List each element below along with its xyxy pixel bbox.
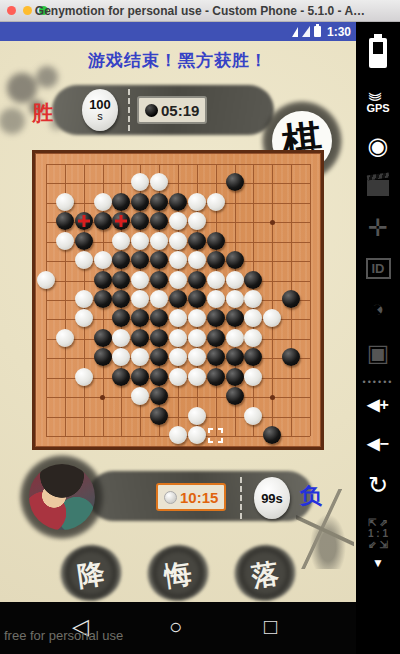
black-stone [226,309,244,327]
white-stone [244,368,262,386]
camera-widget-icon[interactable]: ◉ [356,132,400,160]
white-stone [94,251,112,269]
top-clock-value: 05:19 [161,102,199,119]
boat-ink-art [296,489,354,569]
black-stone [94,271,112,289]
white-stone [169,212,187,230]
black-stone [226,387,244,405]
black-stone-marked [112,212,130,230]
divider [240,477,242,519]
white-stone [188,348,206,366]
star-point [270,395,275,400]
black-stone [94,290,112,308]
black-stone-icon [145,104,158,117]
top-player-clock: 05:19 [137,96,207,124]
top-reserve-unit: s [97,111,103,122]
window-titlebar: Genymotion for personal use - Custom Pho… [0,0,400,22]
white-stone [244,309,262,327]
black-stone [226,251,244,269]
battery-widget-icon[interactable] [369,38,387,68]
black-stone [207,348,225,366]
volume-down-button[interactable]: ◀− [356,434,400,453]
messages-widget-icon[interactable]: ▣ [356,339,400,367]
black-stone [150,251,168,269]
black-stone [131,212,149,230]
black-stone [207,251,225,269]
white-stone [188,193,206,211]
recents-button[interactable]: □ [264,616,277,638]
id-icon: ID [366,258,391,279]
collapse-toolbar-icon[interactable]: ▼ [356,556,400,570]
black-stone [150,212,168,230]
white-stone [169,271,187,289]
white-stone [56,232,74,250]
window-title: Genymotion for personal use - Custom Pho… [0,4,400,18]
black-stone [226,173,244,191]
white-stone [37,271,55,289]
black-stone [131,251,149,269]
black-stone [169,290,187,308]
white-stone-icon [164,491,177,504]
black-stone [56,212,74,230]
white-stone [131,271,149,289]
watermark: free for personal use [4,628,123,643]
black-stone [131,368,149,386]
black-stone [226,348,244,366]
white-stone [244,407,262,425]
android-nav-bar: ◁ ○ □ free for personal use [0,602,356,654]
black-stone [150,348,168,366]
white-stone [112,348,130,366]
top-player-result-label: 胜 [32,99,53,127]
white-stone [131,173,149,191]
white-stone [169,426,187,444]
black-stone [75,232,93,250]
grid-line-vertical [310,164,311,436]
black-stone [282,348,300,366]
black-stone [150,387,168,405]
white-stone [244,290,262,308]
grid-line-horizontal [46,417,310,418]
black-stone [112,271,130,289]
white-stone [131,232,149,250]
black-stone [94,348,112,366]
white-stone [169,251,187,269]
white-stone [169,348,187,366]
star-point [100,395,105,400]
white-stone [244,329,262,347]
black-stone-marked [75,212,93,230]
white-stone [207,271,225,289]
black-stone [207,368,225,386]
white-stone [188,309,206,327]
black-stone [188,232,206,250]
white-stone [226,329,244,347]
white-stone [188,212,206,230]
white-stone [56,329,74,347]
white-stone [207,193,225,211]
white-stone [75,309,93,327]
clapperboard-icon [367,180,389,196]
white-stone [169,232,187,250]
black-stone [112,309,130,327]
black-stone [112,290,130,308]
game-screen: 游戏结束！黑方获胜！ 胜 100 s 05:19 棋 10:15 99s [0,41,356,602]
white-stone [131,348,149,366]
avatar [29,464,95,530]
bottom-clock-value: 10:15 [180,489,218,506]
black-stone [188,271,206,289]
white-stone [226,290,244,308]
battery-icon [314,26,321,37]
star-point [270,220,275,225]
white-stone [131,387,149,405]
white-stone [150,173,168,191]
bottom-player-reserve-stone: 99s [254,477,290,519]
white-stone [94,193,112,211]
white-stone [150,232,168,250]
divider [128,89,130,131]
black-stone [244,348,262,366]
black-stone [94,329,112,347]
device-id-widget-icon[interactable]: ID [356,258,400,279]
black-stone [207,232,225,250]
white-stone [75,290,93,308]
white-stone [131,290,149,308]
black-stone [150,193,168,211]
white-stone [112,232,130,250]
top-player-reserve-stone: 100 s [82,89,118,131]
black-stone [150,309,168,327]
ratio-label: 1 : 1 [368,528,388,539]
white-stone [188,368,206,386]
wifi-icon [292,27,298,37]
rotate-device-button[interactable]: ↻ [356,471,400,499]
gps-widget-icon[interactable]: ))) GPS [356,90,400,114]
black-stone [131,193,149,211]
place-button[interactable]: 落 [234,545,296,601]
black-stone [131,329,149,347]
pixel-perfect-button[interactable]: ⇱ ⇗1 : 1⇙ ⇲ [356,517,400,550]
screen: Genymotion for personal use - Custom Pho… [0,0,400,654]
black-stone [150,368,168,386]
gps-arcs-icon: ))) [372,74,384,118]
genymotion-toolbar: ))) GPS ◉ ✛ ID ◔ ▣ •••••• ◀+ ◀− ↻ ⇱ ⇗1 :… [356,22,400,654]
black-stone [188,290,206,308]
black-stone [112,193,130,211]
white-stone [188,329,206,347]
black-stone [131,309,149,327]
black-stone [244,271,262,289]
bottom-player-clock: 10:15 [156,483,226,511]
black-stone [150,271,168,289]
white-stone [150,290,168,308]
white-stone [263,309,281,327]
game-over-banner: 游戏结束！黑方获胜！ [0,49,356,72]
toolbar-divider: •••••• [356,377,400,387]
black-stone [150,407,168,425]
black-stone [112,251,130,269]
black-stone [150,329,168,347]
cell-signal-icon [302,26,310,37]
black-stone [207,309,225,327]
screencast-widget-icon[interactable] [356,180,400,196]
black-stone [226,368,244,386]
white-stone [75,251,93,269]
white-stone [188,407,206,425]
white-stone [188,251,206,269]
white-stone [207,290,225,308]
white-stone [169,329,187,347]
undo-button[interactable]: 悔 [147,545,209,601]
bottom-reserve-seconds: 99s [261,492,283,505]
black-stone [169,193,187,211]
white-stone [75,368,93,386]
gomoku-board[interactable] [32,150,324,450]
white-stone [226,271,244,289]
white-stone [169,309,187,327]
home-button[interactable]: ○ [169,616,182,638]
white-stone [169,368,187,386]
android-status-bar: 1:30 [0,22,356,41]
surrender-button[interactable]: 降 [60,545,122,601]
black-stone [207,329,225,347]
dpad-widget-icon[interactable]: ✛ [356,214,400,242]
black-stone [94,212,112,230]
network-widget-icon[interactable]: ◔ [353,284,400,335]
volume-up-button[interactable]: ◀+ [356,395,400,414]
status-time: 1:30 [327,25,351,39]
black-stone [282,290,300,308]
white-stone [56,193,74,211]
black-stone [112,368,130,386]
white-stone [188,426,206,444]
white-stone [112,329,130,347]
move-cursor [208,428,223,443]
black-stone [263,426,281,444]
